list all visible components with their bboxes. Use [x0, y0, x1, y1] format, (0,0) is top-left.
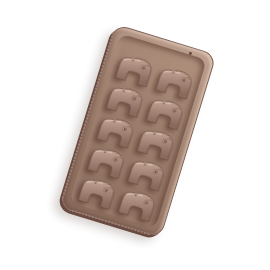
- product-photo: [0, 0, 270, 270]
- mold-tray: [59, 24, 217, 239]
- cavity-grid: [69, 34, 207, 229]
- cavity-bump-r5-c1: [75, 174, 120, 212]
- mold-plate: [69, 34, 207, 229]
- animal-figure-icon: [115, 186, 160, 224]
- animal-figure-icon: [75, 174, 120, 212]
- cavity-bump-r5-c2: [115, 186, 160, 224]
